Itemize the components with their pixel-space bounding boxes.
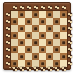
- dark-square-inlay: [13, 62, 17, 66]
- dark-square-inlay: [41, 62, 45, 66]
- square-c4[interactable]: [25, 39, 32, 46]
- square-h1[interactable]: [60, 60, 67, 67]
- square-b4[interactable]: [18, 39, 25, 46]
- dark-square-inlay: [20, 55, 24, 59]
- frame-checker-inlay-motif: [6, 41, 10, 44]
- frame-checker-inlay-motif: [62, 67, 66, 70]
- square-b3[interactable]: [18, 46, 25, 53]
- dark-square-inlay: [62, 41, 66, 45]
- square-c1[interactable]: [25, 60, 32, 67]
- frame-checker-inlay-motif: [6, 20, 10, 23]
- square-e8[interactable]: [39, 11, 46, 18]
- dark-square-inlay: [55, 48, 59, 52]
- dark-square-inlay: [41, 34, 45, 38]
- square-d8[interactable]: [32, 11, 39, 18]
- dark-square-inlay: [55, 20, 59, 24]
- dark-square-inlay: [55, 62, 59, 66]
- square-f4[interactable]: [46, 39, 53, 46]
- frame-checker-inlay-motif: [62, 6, 66, 9]
- frame-checker-inlay-motif: [68, 55, 72, 58]
- square-c8[interactable]: [25, 11, 32, 18]
- frame-checker-inlay-motif: [41, 6, 45, 9]
- dark-square-inlay: [34, 55, 38, 59]
- dark-square-inlay: [13, 20, 17, 24]
- square-h5[interactable]: [60, 32, 67, 39]
- square-a6[interactable]: [11, 25, 18, 32]
- square-d5[interactable]: [32, 32, 39, 39]
- frame-checker-inlay-motif: [13, 6, 17, 9]
- frame-checker-inlay-motif: [68, 62, 72, 65]
- dark-square-inlay: [27, 62, 31, 66]
- dark-square-inlay: [20, 13, 24, 17]
- frame-checker-inlay-motif: [6, 13, 10, 16]
- frame-checker-inlay-motif: [27, 6, 31, 9]
- square-e3[interactable]: [39, 46, 46, 53]
- square-b6[interactable]: [18, 25, 25, 32]
- frame-checker-inlay-motif: [48, 67, 52, 70]
- square-g2[interactable]: [53, 53, 60, 60]
- product-photo-background: [0, 0, 75, 75]
- square-g7[interactable]: [53, 18, 60, 25]
- frame-checker-inlay-motif: [20, 67, 24, 70]
- dark-square-inlay: [48, 55, 52, 59]
- square-g5[interactable]: [53, 32, 60, 39]
- square-b8[interactable]: [18, 11, 25, 18]
- frame-checker-inlay-motif: [13, 67, 17, 70]
- square-c7[interactable]: [25, 18, 32, 25]
- dark-square-inlay: [41, 48, 45, 52]
- dark-square-inlay: [13, 48, 17, 52]
- square-f7[interactable]: [46, 18, 53, 25]
- frame-checker-inlay-motif: [6, 27, 10, 30]
- square-b2[interactable]: [18, 53, 25, 60]
- square-h2[interactable]: [60, 53, 67, 60]
- frame-checker-inlay-motif: [68, 41, 72, 44]
- square-a3[interactable]: [11, 46, 18, 53]
- dark-square-inlay: [13, 34, 17, 38]
- square-b7[interactable]: [18, 18, 25, 25]
- square-g6[interactable]: [53, 25, 60, 32]
- board-grid: [11, 11, 67, 67]
- frame-checker-inlay-motif: [6, 62, 10, 65]
- square-c2[interactable]: [25, 53, 32, 60]
- square-d7[interactable]: [32, 18, 39, 25]
- frame-checker-inlay-motif: [68, 34, 72, 37]
- frame-checker-inlay-motif: [6, 48, 10, 51]
- square-f3[interactable]: [46, 46, 53, 53]
- square-b1[interactable]: [18, 60, 25, 67]
- dark-square-inlay: [55, 34, 59, 38]
- frame-checker-inlay-motif: [68, 27, 72, 30]
- square-d2[interactable]: [32, 53, 39, 60]
- dark-square-inlay: [48, 27, 52, 31]
- dark-square-inlay: [34, 41, 38, 45]
- frame-checker-inlay-motif: [55, 6, 59, 9]
- square-b5[interactable]: [18, 32, 25, 39]
- frame-checker-inlay-motif: [41, 67, 45, 70]
- square-a1[interactable]: [11, 60, 18, 67]
- square-c6[interactable]: [25, 25, 32, 32]
- square-e1[interactable]: [39, 60, 46, 67]
- square-h6[interactable]: [60, 25, 67, 32]
- frame-checker-inlay-motif: [34, 6, 38, 9]
- square-a8[interactable]: [11, 11, 18, 18]
- square-g3[interactable]: [53, 46, 60, 53]
- square-h8[interactable]: [60, 11, 67, 18]
- dark-square-inlay: [20, 27, 24, 31]
- dark-square-inlay: [34, 13, 38, 17]
- square-a7[interactable]: [11, 18, 18, 25]
- square-d1[interactable]: [32, 60, 39, 67]
- square-a5[interactable]: [11, 32, 18, 39]
- square-f2[interactable]: [46, 53, 53, 60]
- square-d3[interactable]: [32, 46, 39, 53]
- square-g8[interactable]: [53, 11, 60, 18]
- frame-checker-inlay-motif: [27, 67, 31, 70]
- square-h4[interactable]: [60, 39, 67, 46]
- square-d6[interactable]: [32, 25, 39, 32]
- square-e5[interactable]: [39, 32, 46, 39]
- square-c3[interactable]: [25, 46, 32, 53]
- square-f1[interactable]: [46, 60, 53, 67]
- square-f6[interactable]: [46, 25, 53, 32]
- dark-square-inlay: [48, 13, 52, 17]
- square-e7[interactable]: [39, 18, 46, 25]
- square-f8[interactable]: [46, 11, 53, 18]
- square-g1[interactable]: [53, 60, 60, 67]
- square-c5[interactable]: [25, 32, 32, 39]
- dark-square-inlay: [27, 20, 31, 24]
- dark-square-inlay: [62, 13, 66, 17]
- square-e4[interactable]: [39, 39, 46, 46]
- dark-square-inlay: [20, 41, 24, 45]
- dark-square-inlay: [34, 27, 38, 31]
- frame-checker-inlay-motif: [6, 34, 10, 37]
- square-h7[interactable]: [60, 18, 67, 25]
- dark-square-inlay: [48, 41, 52, 45]
- square-a2[interactable]: [11, 53, 18, 60]
- frame-checker-inlay-motif: [68, 13, 72, 16]
- square-a4[interactable]: [11, 39, 18, 46]
- frame-checker-inlay-motif: [68, 20, 72, 23]
- square-f5[interactable]: [46, 32, 53, 39]
- square-g4[interactable]: [53, 39, 60, 46]
- square-e6[interactable]: [39, 25, 46, 32]
- frame-checker-inlay-motif: [34, 67, 38, 70]
- square-d4[interactable]: [32, 39, 39, 46]
- square-h3[interactable]: [60, 46, 67, 53]
- dark-square-inlay: [62, 55, 66, 59]
- frame-checker-inlay-motif: [55, 67, 59, 70]
- dark-square-inlay: [41, 20, 45, 24]
- dark-square-inlay: [62, 27, 66, 31]
- frame-checker-inlay-motif: [20, 6, 24, 9]
- frame-checker-inlay-motif: [68, 48, 72, 51]
- frame-checker-inlay-motif: [48, 6, 52, 9]
- dark-square-inlay: [27, 34, 31, 38]
- dark-square-inlay: [27, 48, 31, 52]
- frame-checker-inlay-motif: [6, 55, 10, 58]
- square-e2[interactable]: [39, 53, 46, 60]
- chess-board: [3, 2, 71, 70]
